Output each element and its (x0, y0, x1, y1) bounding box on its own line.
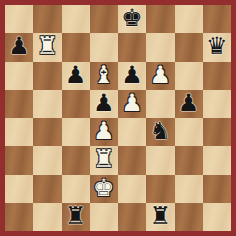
white-rook[interactable]: ♜ (37, 34, 59, 58)
white-pawn[interactable]: ♟ (150, 63, 172, 87)
square-d8[interactable] (90, 5, 118, 33)
square-e4[interactable] (118, 118, 146, 146)
black-king[interactable]: ♚ (121, 6, 143, 30)
chess-board-frame: ♚♟♜♛♟♝♟♟♟♟♟♟♞♜♚♜♜ (0, 0, 236, 236)
black-pawn[interactable]: ♟ (8, 34, 30, 58)
white-king[interactable]: ♚ (93, 176, 115, 200)
square-d4[interactable]: ♟ (90, 118, 118, 146)
square-f7[interactable] (146, 33, 174, 61)
black-knight[interactable]: ♞ (150, 119, 172, 143)
square-h5[interactable] (203, 90, 231, 118)
square-e7[interactable] (118, 33, 146, 61)
square-e1[interactable] (118, 203, 146, 231)
black-queen[interactable]: ♛ (206, 34, 228, 58)
square-d5[interactable]: ♟ (90, 90, 118, 118)
square-c2[interactable] (62, 175, 90, 203)
square-f4[interactable]: ♞ (146, 118, 174, 146)
square-g4[interactable] (175, 118, 203, 146)
square-g8[interactable] (175, 5, 203, 33)
square-b5[interactable] (33, 90, 61, 118)
square-a8[interactable] (5, 5, 33, 33)
square-e8[interactable]: ♚ (118, 5, 146, 33)
square-b1[interactable] (33, 203, 61, 231)
square-d2[interactable]: ♚ (90, 175, 118, 203)
white-pawn[interactable]: ♟ (121, 91, 143, 115)
square-c6[interactable]: ♟ (62, 62, 90, 90)
square-d6[interactable]: ♝ (90, 62, 118, 90)
square-c4[interactable] (62, 118, 90, 146)
square-h6[interactable] (203, 62, 231, 90)
square-h1[interactable] (203, 203, 231, 231)
square-a2[interactable] (5, 175, 33, 203)
white-rook[interactable]: ♜ (93, 147, 115, 171)
square-b6[interactable] (33, 62, 61, 90)
square-a1[interactable] (5, 203, 33, 231)
square-a4[interactable] (5, 118, 33, 146)
square-h7[interactable]: ♛ (203, 33, 231, 61)
square-a6[interactable] (5, 62, 33, 90)
square-a5[interactable] (5, 90, 33, 118)
black-pawn[interactable]: ♟ (65, 63, 87, 87)
square-d7[interactable] (90, 33, 118, 61)
square-b7[interactable]: ♜ (33, 33, 61, 61)
square-g2[interactable] (175, 175, 203, 203)
square-f1[interactable]: ♜ (146, 203, 174, 231)
black-rook[interactable]: ♜ (65, 204, 87, 228)
square-d3[interactable]: ♜ (90, 146, 118, 174)
square-e3[interactable] (118, 146, 146, 174)
square-e6[interactable]: ♟ (118, 62, 146, 90)
square-e5[interactable]: ♟ (118, 90, 146, 118)
square-h2[interactable] (203, 175, 231, 203)
square-c1[interactable]: ♜ (62, 203, 90, 231)
white-pawn[interactable]: ♟ (93, 119, 115, 143)
square-f6[interactable]: ♟ (146, 62, 174, 90)
square-f8[interactable] (146, 5, 174, 33)
square-b3[interactable] (33, 146, 61, 174)
square-f3[interactable] (146, 146, 174, 174)
square-h8[interactable] (203, 5, 231, 33)
square-g1[interactable] (175, 203, 203, 231)
black-rook[interactable]: ♜ (150, 204, 172, 228)
square-c8[interactable] (62, 5, 90, 33)
black-pawn[interactable]: ♟ (178, 91, 200, 115)
white-bishop[interactable]: ♝ (93, 63, 115, 87)
square-g5[interactable]: ♟ (175, 90, 203, 118)
square-g3[interactable] (175, 146, 203, 174)
square-c5[interactable] (62, 90, 90, 118)
square-c3[interactable] (62, 146, 90, 174)
square-f5[interactable] (146, 90, 174, 118)
chess-board: ♚♟♜♛♟♝♟♟♟♟♟♟♞♜♚♜♜ (5, 5, 231, 231)
square-h3[interactable] (203, 146, 231, 174)
square-g6[interactable] (175, 62, 203, 90)
square-c7[interactable] (62, 33, 90, 61)
black-pawn[interactable]: ♟ (93, 91, 115, 115)
square-a3[interactable] (5, 146, 33, 174)
square-b8[interactable] (33, 5, 61, 33)
square-b2[interactable] (33, 175, 61, 203)
black-pawn[interactable]: ♟ (121, 63, 143, 87)
square-f2[interactable] (146, 175, 174, 203)
square-b4[interactable] (33, 118, 61, 146)
square-e2[interactable] (118, 175, 146, 203)
square-d1[interactable] (90, 203, 118, 231)
square-h4[interactable] (203, 118, 231, 146)
square-g7[interactable] (175, 33, 203, 61)
square-a7[interactable]: ♟ (5, 33, 33, 61)
